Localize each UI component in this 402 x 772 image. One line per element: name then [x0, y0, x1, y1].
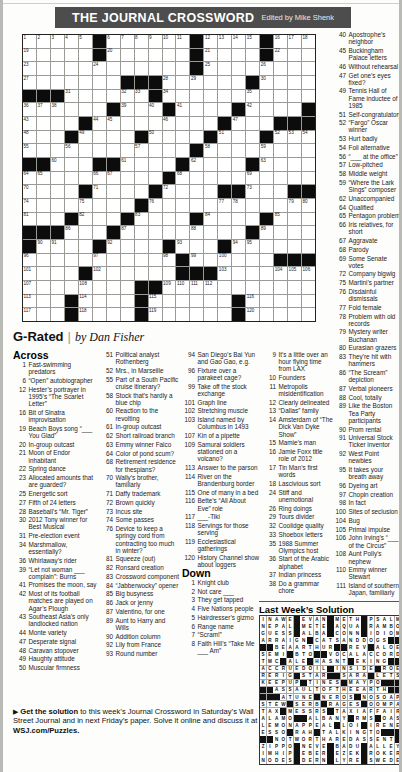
grid-cell[interactable]: 107 — [23, 281, 36, 294]
grid-cell[interactable]: 79 — [288, 199, 301, 212]
grid-cell[interactable] — [107, 267, 120, 280]
grid-cell[interactable]: 52 — [274, 131, 287, 144]
grid-cell[interactable] — [204, 199, 217, 212]
grid-cell[interactable] — [121, 117, 134, 130]
grid-cell[interactable] — [121, 131, 134, 144]
grid-cell[interactable] — [65, 158, 78, 171]
grid-cell[interactable] — [190, 185, 203, 198]
grid-cell[interactable] — [302, 158, 315, 171]
grid-cell[interactable] — [135, 158, 148, 171]
grid-cell[interactable]: 73 — [246, 185, 259, 198]
grid-cell[interactable]: 8 — [135, 35, 148, 48]
grid-cell[interactable] — [232, 267, 245, 280]
grid-cell[interactable] — [37, 199, 50, 212]
grid-cell[interactable] — [51, 172, 64, 185]
grid-cell[interactable]: 38 — [51, 103, 64, 116]
grid-cell[interactable] — [149, 213, 162, 226]
grid-cell[interactable] — [93, 281, 106, 294]
grid-cell[interactable]: 57 — [135, 144, 148, 157]
grid-cell[interactable] — [51, 117, 64, 130]
grid-cell[interactable] — [232, 226, 245, 239]
grid-cell[interactable] — [121, 267, 134, 280]
grid-cell[interactable] — [37, 131, 50, 144]
grid-cell[interactable] — [218, 158, 231, 171]
grid-cell[interactable]: 95 — [246, 240, 259, 253]
grid-cell[interactable] — [163, 267, 176, 280]
grid-cell[interactable] — [232, 158, 245, 171]
grid-cell[interactable]: 97 — [93, 254, 106, 267]
grid-cell[interactable]: 25 — [204, 62, 217, 75]
grid-cell[interactable] — [176, 76, 189, 89]
grid-cell[interactable] — [135, 226, 148, 239]
grid-cell[interactable] — [232, 49, 245, 62]
grid-cell[interactable] — [232, 254, 245, 267]
grid-cell[interactable] — [79, 158, 92, 171]
grid-cell[interactable]: 16 — [274, 35, 287, 48]
grid-cell[interactable]: 69 — [246, 172, 259, 185]
grid-cell[interactable]: 105 — [288, 267, 301, 280]
grid-cell[interactable] — [93, 144, 106, 157]
grid-cell[interactable]: 87 — [121, 226, 134, 239]
grid-cell[interactable] — [107, 90, 120, 103]
grid-cell[interactable] — [65, 172, 78, 185]
grid-cell[interactable]: 84 — [204, 213, 217, 226]
grid-cell[interactable] — [176, 117, 189, 130]
grid-cell[interactable]: 96 — [23, 254, 36, 267]
grid-cell[interactable] — [37, 117, 50, 130]
grid-cell[interactable] — [51, 213, 64, 226]
grid-cell[interactable] — [204, 295, 217, 308]
grid-cell[interactable] — [107, 131, 120, 144]
grid-cell[interactable]: 2 — [37, 35, 50, 48]
grid-cell[interactable]: 9 — [149, 35, 162, 48]
grid-cell[interactable]: 34 — [163, 90, 176, 103]
grid-cell[interactable] — [204, 254, 217, 267]
grid-cell[interactable]: 116 — [246, 295, 259, 308]
grid-cell[interactable] — [260, 254, 273, 267]
grid-cell[interactable]: 113 — [23, 295, 36, 308]
grid-cell[interactable] — [190, 117, 203, 130]
grid-cell[interactable]: 114 — [79, 295, 92, 308]
grid-cell[interactable] — [51, 281, 64, 294]
grid-cell[interactable]: 37 — [37, 103, 50, 116]
grid-cell[interactable] — [51, 267, 64, 280]
grid-cell[interactable]: 48 — [23, 131, 36, 144]
grid-cell[interactable] — [79, 76, 92, 89]
grid-cell[interactable] — [176, 144, 189, 157]
grid-cell[interactable]: 81 — [23, 213, 36, 226]
grid-cell[interactable] — [65, 281, 78, 294]
grid-cell[interactable] — [288, 172, 301, 185]
grid-cell[interactable] — [218, 103, 231, 116]
grid-cell[interactable] — [107, 185, 120, 198]
grid-cell[interactable]: 20 — [107, 49, 120, 62]
grid-cell[interactable] — [149, 62, 162, 75]
grid-cell[interactable]: 66 — [93, 172, 106, 185]
grid-cell[interactable] — [218, 144, 231, 157]
grid-cell[interactable] — [190, 308, 203, 321]
grid-cell[interactable] — [51, 62, 64, 75]
grid-cell[interactable] — [288, 281, 301, 294]
grid-cell[interactable]: 85 — [274, 213, 287, 226]
grid-cell[interactable] — [274, 90, 287, 103]
grid-cell[interactable] — [190, 103, 203, 116]
grid-cell[interactable]: 60 — [51, 158, 64, 171]
grid-cell[interactable]: 72 — [163, 185, 176, 198]
grid-cell[interactable]: 26 — [260, 62, 273, 75]
grid-cell[interactable] — [107, 281, 120, 294]
grid-cell[interactable]: 75 — [79, 199, 92, 212]
grid-cell[interactable] — [51, 131, 64, 144]
grid-cell[interactable] — [246, 131, 259, 144]
grid-cell[interactable] — [302, 144, 315, 157]
grid-cell[interactable] — [163, 62, 176, 75]
grid-cell[interactable] — [232, 213, 245, 226]
grid-cell[interactable]: 40 — [149, 103, 162, 116]
grid-cell[interactable]: 30 — [260, 76, 273, 89]
grid-cell[interactable] — [260, 103, 273, 116]
grid-cell[interactable] — [288, 213, 301, 226]
grid-cell[interactable] — [288, 49, 301, 62]
grid-cell[interactable] — [288, 90, 301, 103]
grid-cell[interactable]: 56 — [65, 144, 78, 157]
grid-cell[interactable] — [65, 267, 78, 280]
grid-cell[interactable]: 86 — [65, 226, 78, 239]
grid-cell[interactable] — [107, 144, 120, 157]
grid-cell[interactable] — [176, 131, 189, 144]
grid-cell[interactable]: 42 — [246, 103, 259, 116]
grid-cell[interactable] — [232, 281, 245, 294]
grid-cell[interactable]: 49 — [79, 131, 92, 144]
grid-cell[interactable] — [135, 185, 148, 198]
grid-cell[interactable] — [274, 76, 287, 89]
grid-cell[interactable] — [218, 281, 231, 294]
grid-cell[interactable]: 47 — [232, 117, 245, 130]
grid-cell[interactable] — [204, 117, 217, 130]
grid-cell[interactable] — [260, 267, 273, 280]
grid-cell[interactable]: 71 — [93, 185, 106, 198]
grid-cell[interactable] — [218, 172, 231, 185]
grid-cell[interactable] — [79, 172, 92, 185]
grid-cell[interactable] — [274, 226, 287, 239]
grid-cell[interactable] — [302, 76, 315, 89]
grid-cell[interactable] — [149, 240, 162, 253]
grid-cell[interactable]: 5 — [79, 35, 92, 48]
grid-cell[interactable] — [121, 240, 134, 253]
grid-cell[interactable] — [176, 185, 189, 198]
grid-cell[interactable] — [107, 199, 120, 212]
grid-cell[interactable] — [37, 295, 50, 308]
grid-cell[interactable] — [93, 103, 106, 116]
grid-cell[interactable] — [135, 49, 148, 62]
grid-cell[interactable] — [246, 254, 259, 267]
grid-cell[interactable] — [135, 254, 148, 267]
grid-cell[interactable]: 13 — [218, 35, 231, 48]
grid-cell[interactable] — [274, 185, 287, 198]
grid-cell[interactable] — [79, 144, 92, 157]
grid-cell[interactable] — [260, 199, 273, 212]
grid-cell[interactable] — [163, 144, 176, 157]
grid-cell[interactable]: 64 — [23, 172, 36, 185]
grid-cell[interactable] — [288, 240, 301, 253]
grid-cell[interactable] — [274, 240, 287, 253]
grid-cell[interactable] — [107, 254, 120, 267]
grid-cell[interactable] — [93, 295, 106, 308]
grid-cell[interactable] — [176, 226, 189, 239]
grid-cell[interactable] — [274, 62, 287, 75]
grid-cell[interactable]: 91 — [51, 240, 64, 253]
grid-cell[interactable]: 19 — [23, 49, 36, 62]
grid-cell[interactable]: 53 — [288, 131, 301, 144]
grid-cell[interactable] — [149, 117, 162, 130]
grid-cell[interactable]: 99 — [190, 254, 203, 267]
grid-cell[interactable] — [163, 308, 176, 321]
grid-cell[interactable] — [260, 240, 273, 253]
grid-cell[interactable] — [37, 185, 50, 198]
grid-cell[interactable]: 28 — [163, 76, 176, 89]
grid-cell[interactable] — [274, 144, 287, 157]
grid-cell[interactable]: 55 — [23, 144, 36, 157]
grid-cell[interactable] — [93, 308, 106, 321]
grid-cell[interactable] — [246, 49, 259, 62]
grid-cell[interactable]: 24 — [93, 62, 106, 75]
grid-cell[interactable]: 58 — [204, 144, 217, 157]
grid-cell[interactable] — [163, 49, 176, 62]
grid-cell[interactable] — [260, 295, 273, 308]
grid-cell[interactable] — [107, 213, 120, 226]
grid-cell[interactable] — [176, 62, 189, 75]
grid-cell[interactable] — [288, 158, 301, 171]
grid-cell[interactable] — [176, 213, 189, 226]
grid-cell[interactable]: 11 — [176, 35, 189, 48]
grid-cell[interactable] — [260, 117, 273, 130]
grid-cell[interactable]: 22 — [274, 49, 287, 62]
grid-cell[interactable] — [93, 199, 106, 212]
grid-cell[interactable] — [37, 281, 50, 294]
grid-cell[interactable] — [93, 226, 106, 239]
grid-cell[interactable]: 36 — [23, 103, 36, 116]
grid-cell[interactable]: 18 — [302, 35, 315, 48]
grid-cell[interactable] — [149, 226, 162, 239]
grid-cell[interactable] — [37, 267, 50, 280]
grid-cell[interactable]: 51 — [218, 131, 231, 144]
grid-cell[interactable] — [190, 240, 203, 253]
grid-cell[interactable] — [218, 62, 231, 75]
grid-cell[interactable] — [204, 185, 217, 198]
grid-cell[interactable]: 29 — [190, 76, 203, 89]
grid-cell[interactable] — [65, 199, 78, 212]
grid-cell[interactable] — [218, 213, 231, 226]
grid-cell[interactable]: 10 — [163, 35, 176, 48]
grid-cell[interactable]: 120 — [246, 308, 259, 321]
grid-cell[interactable] — [37, 49, 50, 62]
grid-cell[interactable]: 108 — [79, 281, 92, 294]
grid-cell[interactable] — [121, 281, 134, 294]
grid-cell[interactable] — [149, 49, 162, 62]
grid-cell[interactable]: 90 — [37, 240, 50, 253]
grid-cell[interactable] — [218, 295, 231, 308]
grid-cell[interactable]: 23 — [23, 62, 36, 75]
grid-cell[interactable]: 109 — [163, 281, 176, 294]
grid-cell[interactable]: 54 — [302, 131, 315, 144]
grid-cell[interactable]: 77 — [218, 199, 231, 212]
grid-cell[interactable]: 27 — [23, 76, 36, 89]
grid-cell[interactable] — [302, 62, 315, 75]
grid-cell[interactable]: 93 — [176, 240, 189, 253]
grid-cell[interactable] — [246, 281, 259, 294]
grid-cell[interactable] — [288, 226, 301, 239]
grid-cell[interactable]: 111 — [190, 281, 203, 294]
grid-cell[interactable]: 62 — [190, 158, 203, 171]
grid-cell[interactable] — [65, 254, 78, 267]
grid-cell[interactable]: 4 — [65, 35, 78, 48]
grid-cell[interactable] — [204, 90, 217, 103]
grid-cell[interactable]: 45 — [107, 117, 120, 130]
grid-cell[interactable] — [288, 76, 301, 89]
grid-cell[interactable]: 110 — [176, 281, 189, 294]
grid-cell[interactable] — [232, 144, 245, 157]
grid-cell[interactable]: 43 — [23, 117, 36, 130]
grid-cell[interactable]: 44 — [93, 117, 106, 130]
grid-cell[interactable] — [163, 158, 176, 171]
grid-cell[interactable]: 68 — [176, 172, 189, 185]
grid-cell[interactable] — [274, 158, 287, 171]
grid-cell[interactable]: 92 — [107, 240, 120, 253]
grid-cell[interactable] — [302, 49, 315, 62]
grid-cell[interactable] — [107, 76, 120, 89]
grid-cell[interactable]: 119 — [149, 308, 162, 321]
grid-cell[interactable] — [260, 90, 273, 103]
grid-cell[interactable] — [121, 308, 134, 321]
grid-cell[interactable] — [163, 131, 176, 144]
grid-cell[interactable] — [176, 49, 189, 62]
grid-cell[interactable] — [246, 117, 259, 130]
grid-cell[interactable] — [79, 103, 92, 116]
grid-cell[interactable] — [79, 254, 92, 267]
grid-cell[interactable] — [204, 308, 217, 321]
grid-cell[interactable]: 15 — [246, 35, 259, 48]
grid-cell[interactable] — [163, 226, 176, 239]
grid-cell[interactable] — [163, 199, 176, 212]
grid-cell[interactable] — [302, 295, 315, 308]
grid-cell[interactable]: 6 — [107, 35, 120, 48]
grid-cell[interactable] — [51, 308, 64, 321]
grid-cell[interactable] — [107, 308, 120, 321]
grid-cell[interactable] — [204, 103, 217, 116]
grid-cell[interactable]: 94 — [232, 240, 245, 253]
grid-cell[interactable] — [274, 308, 287, 321]
grid-cell[interactable]: 41 — [176, 103, 189, 116]
grid-cell[interactable]: 88 — [190, 226, 203, 239]
grid-cell[interactable] — [246, 199, 259, 212]
grid-cell[interactable] — [121, 144, 134, 157]
grid-cell[interactable] — [218, 308, 231, 321]
grid-cell[interactable] — [51, 295, 64, 308]
grid-cell[interactable] — [260, 185, 273, 198]
grid-cell[interactable] — [37, 76, 50, 89]
grid-cell[interactable]: 101 — [23, 267, 36, 280]
grid-cell[interactable]: 104 — [274, 267, 287, 280]
grid-cell[interactable] — [121, 295, 134, 308]
grid-cell[interactable] — [246, 267, 259, 280]
grid-cell[interactable]: 112 — [204, 281, 217, 294]
grid-cell[interactable] — [246, 144, 259, 157]
grid-cell[interactable] — [204, 158, 217, 171]
grid-cell[interactable] — [107, 295, 120, 308]
grid-cell[interactable]: 117 — [23, 308, 36, 321]
grid-cell[interactable] — [274, 172, 287, 185]
grid-cell[interactable] — [204, 226, 217, 239]
grid-cell[interactable] — [232, 172, 245, 185]
grid-cell[interactable] — [302, 213, 315, 226]
grid-cell[interactable] — [51, 254, 64, 267]
grid-cell[interactable]: 98 — [163, 254, 176, 267]
grid-cell[interactable] — [260, 308, 273, 321]
grid-cell[interactable] — [246, 213, 259, 226]
grid-cell[interactable] — [37, 62, 50, 75]
grid-cell[interactable] — [107, 62, 120, 75]
grid-cell[interactable]: 7 — [121, 35, 134, 48]
grid-cell[interactable] — [93, 90, 106, 103]
grid-cell[interactable] — [204, 240, 217, 253]
grid-cell[interactable]: 31 — [65, 90, 78, 103]
grid-cell[interactable] — [204, 76, 217, 89]
grid-cell[interactable] — [288, 295, 301, 308]
grid-cell[interactable] — [93, 76, 106, 89]
grid-cell[interactable] — [190, 90, 203, 103]
grid-cell[interactable] — [190, 199, 203, 212]
grid-cell[interactable] — [204, 172, 217, 185]
grid-cell[interactable] — [65, 185, 78, 198]
grid-cell[interactable] — [232, 76, 245, 89]
grid-cell[interactable] — [149, 172, 162, 185]
grid-cell[interactable] — [190, 295, 203, 308]
grid-cell[interactable] — [65, 103, 78, 116]
grid-cell[interactable] — [37, 308, 50, 321]
grid-cell[interactable]: 102 — [93, 267, 106, 280]
grid-cell[interactable] — [302, 281, 315, 294]
grid-cell[interactable] — [135, 103, 148, 116]
grid-cell[interactable] — [232, 90, 245, 103]
grid-cell[interactable] — [121, 199, 134, 212]
grid-cell[interactable] — [274, 199, 287, 212]
grid-cell[interactable] — [260, 172, 273, 185]
grid-cell[interactable] — [232, 62, 245, 75]
grid-cell[interactable] — [176, 199, 189, 212]
grid-cell[interactable]: 59 — [260, 144, 273, 157]
grid-cell[interactable]: 17 — [288, 35, 301, 48]
grid-cell[interactable] — [51, 144, 64, 157]
grid-cell[interactable] — [135, 62, 148, 75]
grid-cell[interactable] — [302, 172, 315, 185]
grid-cell[interactable] — [149, 144, 162, 157]
grid-cell[interactable] — [121, 172, 134, 185]
grid-cell[interactable] — [51, 76, 64, 89]
grid-cell[interactable] — [121, 185, 134, 198]
grid-cell[interactable] — [218, 76, 231, 89]
grid-cell[interactable] — [190, 172, 203, 185]
grid-cell[interactable]: 12 — [204, 35, 217, 48]
grid-cell[interactable] — [190, 131, 203, 144]
grid-cell[interactable] — [135, 172, 148, 185]
grid-cell[interactable]: 65 — [37, 172, 50, 185]
grid-cell[interactable] — [246, 62, 259, 75]
grid-cell[interactable]: 50 — [149, 131, 162, 144]
grid-cell[interactable]: 32 — [121, 90, 134, 103]
grid-cell[interactable]: 3 — [51, 35, 64, 48]
grid-cell[interactable] — [135, 117, 148, 130]
grid-cell[interactable] — [288, 144, 301, 157]
